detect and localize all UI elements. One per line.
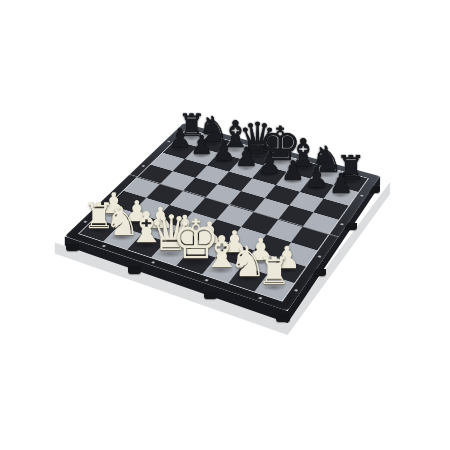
frame-dot <box>142 165 146 167</box>
frame-dot <box>83 220 87 222</box>
frame-dot <box>351 170 355 172</box>
frame-dot <box>167 140 171 142</box>
frame-dot <box>113 192 117 194</box>
frame-dot <box>256 145 260 147</box>
frame-dot <box>318 255 322 258</box>
board-foot <box>128 266 141 274</box>
frame-dot <box>294 289 298 292</box>
frame-dot <box>204 279 208 282</box>
board-foot <box>66 244 79 251</box>
board-frame <box>65 123 380 311</box>
board-foot <box>276 314 290 322</box>
frame-dot <box>304 157 308 159</box>
frame-dot <box>340 223 344 225</box>
product-photo: ♜♞♝♛♚♝♞♜♟♟♟♟♟♟♟♟♟♟♟♟♟♟♟♟♜♞♝♛♚♝♞♜ <box>0 0 450 450</box>
frame-dot <box>212 133 216 135</box>
frame-dot <box>151 261 155 264</box>
frame-dot <box>102 245 106 248</box>
chess-board <box>65 123 380 311</box>
board-foot <box>204 292 217 300</box>
frame-dot <box>360 194 364 196</box>
frame-dot <box>258 296 263 299</box>
